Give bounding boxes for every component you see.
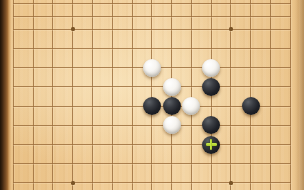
black-stone bbox=[242, 97, 260, 115]
last-move-marker-cross bbox=[202, 136, 220, 154]
gomoku-board[interactable] bbox=[0, 0, 304, 190]
star-point bbox=[71, 181, 75, 185]
white-stone bbox=[163, 116, 181, 134]
black-stone bbox=[143, 97, 161, 115]
grid-hline bbox=[13, 16, 291, 17]
white-stone bbox=[163, 78, 181, 96]
grid-hline bbox=[13, 144, 291, 145]
white-stone bbox=[143, 59, 161, 77]
black-stone bbox=[202, 78, 220, 96]
star-point bbox=[229, 27, 233, 31]
grid-hline bbox=[13, 86, 291, 87]
board-left-edge bbox=[0, 0, 11, 190]
black-stone bbox=[163, 97, 181, 115]
grid-hline bbox=[13, 182, 291, 183]
board-right-edge bbox=[294, 0, 304, 190]
white-stone bbox=[182, 97, 200, 115]
grid-hline bbox=[13, 29, 291, 30]
grid-hline bbox=[13, 48, 291, 49]
black-stone bbox=[202, 116, 220, 134]
grid-hline bbox=[13, 125, 291, 126]
grid-hline bbox=[13, 163, 291, 164]
star-point bbox=[71, 27, 75, 31]
star-point bbox=[229, 181, 233, 185]
grid-hline bbox=[13, 3, 291, 4]
white-stone bbox=[202, 59, 220, 77]
black-stone bbox=[202, 136, 220, 154]
